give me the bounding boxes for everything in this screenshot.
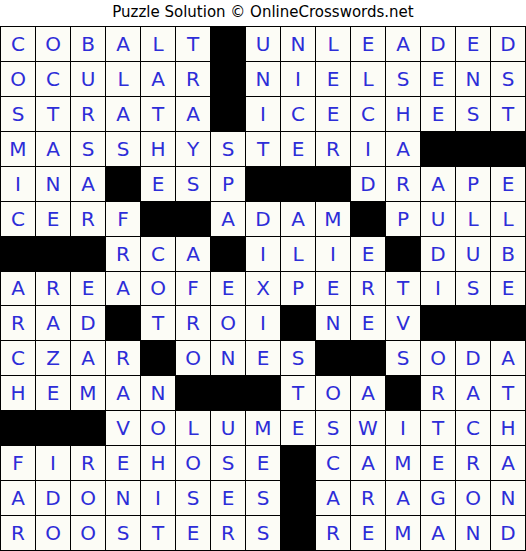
letter-cell: I xyxy=(281,62,315,96)
letter-cell: V xyxy=(106,411,140,445)
letter-cell: A xyxy=(386,27,420,61)
letter-cell: T xyxy=(421,411,455,445)
black-cell xyxy=(1,411,35,445)
black-cell xyxy=(36,237,70,271)
letter-cell: O xyxy=(211,306,245,340)
letter-cell: S xyxy=(211,132,245,166)
letter-cell: S xyxy=(281,341,315,375)
letter-cell: E xyxy=(491,167,525,201)
letter-cell: E xyxy=(36,202,70,236)
letter-cell: S xyxy=(456,272,490,306)
letter-cell: S xyxy=(246,516,280,550)
letter-cell: R xyxy=(316,516,350,550)
letter-cell: R xyxy=(351,272,385,306)
black-cell xyxy=(316,341,350,375)
letter-cell: A xyxy=(351,446,385,480)
black-cell xyxy=(71,237,105,271)
letter-cell: I xyxy=(246,97,280,131)
black-cell xyxy=(456,306,490,340)
letter-cell: U xyxy=(246,27,280,61)
letter-cell: O xyxy=(36,516,70,550)
letter-cell: A xyxy=(106,272,140,306)
black-cell xyxy=(316,167,350,201)
letter-cell: N xyxy=(456,516,490,550)
letter-cell: S xyxy=(106,516,140,550)
letter-cell: C xyxy=(36,62,70,96)
letter-cell: E xyxy=(281,132,315,166)
letter-cell: E xyxy=(351,306,385,340)
letter-cell: A xyxy=(491,341,525,375)
letter-cell: P xyxy=(386,202,420,236)
black-cell xyxy=(246,376,280,410)
letter-cell: R xyxy=(71,446,105,480)
letter-cell: O xyxy=(141,272,175,306)
letter-cell: E xyxy=(141,167,175,201)
letter-cell: A xyxy=(106,27,140,61)
letter-cell: P xyxy=(211,167,245,201)
letter-cell: N xyxy=(106,481,140,515)
letter-cell: A xyxy=(1,481,35,515)
black-cell xyxy=(246,167,280,201)
letter-cell: D xyxy=(421,237,455,271)
title-bar: Puzzle Solution © OnlineCrosswords.net xyxy=(0,0,526,26)
black-cell xyxy=(281,481,315,515)
letter-cell: S xyxy=(246,481,280,515)
letter-cell: H xyxy=(491,411,525,445)
letter-cell: F xyxy=(176,272,210,306)
letter-cell: R xyxy=(421,376,455,410)
black-cell xyxy=(281,516,315,550)
letter-cell: O xyxy=(71,481,105,515)
letter-cell: C xyxy=(141,237,175,271)
letter-cell: R xyxy=(316,132,350,166)
letter-cell: I xyxy=(246,306,280,340)
letter-cell: F xyxy=(106,202,140,236)
black-cell xyxy=(71,411,105,445)
letter-cell: U xyxy=(421,202,455,236)
letter-cell: R xyxy=(351,481,385,515)
letter-cell: N xyxy=(316,306,350,340)
letter-cell: N xyxy=(456,62,490,96)
black-cell xyxy=(106,306,140,340)
letter-cell: C xyxy=(281,97,315,131)
letter-cell: A xyxy=(176,97,210,131)
letter-cell: U xyxy=(211,411,245,445)
letter-cell: S xyxy=(386,62,420,96)
letter-cell: L xyxy=(281,237,315,271)
letter-cell: U xyxy=(456,237,490,271)
letter-cell: M xyxy=(71,376,105,410)
letter-cell: M xyxy=(1,132,35,166)
letter-cell: R xyxy=(106,341,140,375)
letter-cell: A xyxy=(386,132,420,166)
letter-cell: A xyxy=(211,202,245,236)
black-cell xyxy=(106,167,140,201)
letter-cell: S xyxy=(456,97,490,131)
letter-cell: A xyxy=(1,272,35,306)
letter-cell: V xyxy=(386,306,420,340)
letter-cell: N xyxy=(281,27,315,61)
letter-cell: H xyxy=(141,446,175,480)
letter-cell: E xyxy=(491,272,525,306)
letter-cell: N xyxy=(141,376,175,410)
black-cell xyxy=(211,237,245,271)
letter-cell: W xyxy=(351,411,385,445)
letter-cell: M xyxy=(386,516,420,550)
letter-cell: E xyxy=(71,272,105,306)
black-cell xyxy=(211,27,245,61)
letter-cell: O xyxy=(71,516,105,550)
black-cell xyxy=(351,202,385,236)
letter-cell: I xyxy=(36,446,70,480)
letter-cell: E xyxy=(211,481,245,515)
letter-cell: L xyxy=(456,202,490,236)
letter-cell: S xyxy=(176,481,210,515)
letter-cell: R xyxy=(456,446,490,480)
letter-cell: E xyxy=(351,237,385,271)
black-cell xyxy=(456,132,490,166)
letter-cell: E xyxy=(106,446,140,480)
letter-cell: S xyxy=(176,167,210,201)
letter-cell: O xyxy=(176,341,210,375)
letter-cell: R xyxy=(1,516,35,550)
letter-cell: I xyxy=(386,411,420,445)
black-cell xyxy=(176,202,210,236)
letter-cell: S xyxy=(106,132,140,166)
letter-cell: E xyxy=(36,376,70,410)
letter-cell: T xyxy=(141,97,175,131)
letter-cell: O xyxy=(456,481,490,515)
letter-cell: D xyxy=(421,27,455,61)
letter-cell: A xyxy=(106,97,140,131)
letter-cell: I xyxy=(1,167,35,201)
crossword-grid: COBALTUNLEADEDOCULARNIELSENSSTRATAICECHE… xyxy=(0,26,526,551)
letter-cell: N xyxy=(36,167,70,201)
letter-cell: R xyxy=(1,306,35,340)
letter-cell: I xyxy=(246,237,280,271)
letter-cell: T xyxy=(141,306,175,340)
letter-cell: R xyxy=(71,97,105,131)
letter-cell: R xyxy=(71,202,105,236)
letter-cell: L xyxy=(106,62,140,96)
letter-cell: S xyxy=(1,97,35,131)
letter-cell: X xyxy=(246,272,280,306)
letter-cell: L xyxy=(491,202,525,236)
letter-cell: E xyxy=(456,27,490,61)
black-cell xyxy=(386,237,420,271)
letter-cell: S xyxy=(211,446,245,480)
black-cell xyxy=(421,306,455,340)
letter-cell: U xyxy=(71,62,105,96)
letter-cell: E xyxy=(316,272,350,306)
letter-cell: A xyxy=(421,167,455,201)
letter-cell: F xyxy=(1,446,35,480)
letter-cell: A xyxy=(106,376,140,410)
letter-cell: H xyxy=(141,132,175,166)
puzzle-solution-page: Puzzle Solution © OnlineCrosswords.net C… xyxy=(0,0,526,551)
letter-cell: R xyxy=(176,62,210,96)
letter-cell: M xyxy=(246,411,280,445)
black-cell xyxy=(491,306,525,340)
letter-cell: C xyxy=(1,341,35,375)
letter-cell: R xyxy=(386,167,420,201)
black-cell xyxy=(281,446,315,480)
letter-cell: E xyxy=(246,341,280,375)
letter-cell: L xyxy=(316,27,350,61)
letter-cell: I xyxy=(316,237,350,271)
letter-cell: C xyxy=(1,27,35,61)
letter-cell: L xyxy=(351,62,385,96)
letter-cell: H xyxy=(386,97,420,131)
letter-cell: S xyxy=(316,411,350,445)
letter-cell: Z xyxy=(36,341,70,375)
letter-cell: G xyxy=(421,481,455,515)
black-cell xyxy=(141,202,175,236)
letter-cell: O xyxy=(36,27,70,61)
letter-cell: A xyxy=(421,516,455,550)
letter-cell: P xyxy=(456,167,490,201)
letter-cell: A xyxy=(386,481,420,515)
letter-cell: S xyxy=(491,62,525,96)
letter-cell: E xyxy=(351,516,385,550)
letter-cell: E xyxy=(316,62,350,96)
black-cell xyxy=(211,376,245,410)
letter-cell: I xyxy=(421,272,455,306)
letter-cell: E xyxy=(246,446,280,480)
letter-cell: E xyxy=(211,272,245,306)
letter-cell: D xyxy=(36,481,70,515)
letter-cell: T xyxy=(246,132,280,166)
black-cell xyxy=(421,132,455,166)
letter-cell: A xyxy=(71,167,105,201)
letter-cell: A xyxy=(456,376,490,410)
letter-cell: A xyxy=(36,306,70,340)
letter-cell: S xyxy=(71,132,105,166)
black-cell xyxy=(36,411,70,445)
letter-cell: T xyxy=(176,27,210,61)
letter-cell: D xyxy=(246,202,280,236)
letter-cell: D xyxy=(71,306,105,340)
letter-cell: R xyxy=(106,237,140,271)
letter-cell: P xyxy=(281,272,315,306)
letter-cell: O xyxy=(141,411,175,445)
letter-cell: C xyxy=(316,446,350,480)
letter-cell: A xyxy=(281,202,315,236)
letter-cell: O xyxy=(421,341,455,375)
letter-cell: C xyxy=(351,97,385,131)
letter-cell: D xyxy=(491,27,525,61)
letter-cell: C xyxy=(1,202,35,236)
letter-cell: L xyxy=(176,411,210,445)
letter-cell: A xyxy=(351,376,385,410)
letter-cell: I xyxy=(351,132,385,166)
letter-cell: A xyxy=(71,341,105,375)
letter-cell: D xyxy=(491,516,525,550)
letter-cell: A xyxy=(176,237,210,271)
black-cell xyxy=(1,237,35,271)
letter-cell: E xyxy=(421,446,455,480)
black-cell xyxy=(491,132,525,166)
letter-cell: A xyxy=(316,481,350,515)
letter-cell: M xyxy=(386,446,420,480)
letter-cell: A xyxy=(141,62,175,96)
letter-cell: T xyxy=(141,516,175,550)
letter-cell: Y xyxy=(176,132,210,166)
letter-cell: M xyxy=(316,202,350,236)
letter-cell: O xyxy=(316,376,350,410)
black-cell xyxy=(386,376,420,410)
letter-cell: E xyxy=(281,411,315,445)
black-cell xyxy=(281,167,315,201)
letter-cell: T xyxy=(491,376,525,410)
letter-cell: D xyxy=(456,341,490,375)
letter-cell: D xyxy=(351,167,385,201)
letter-cell: B xyxy=(71,27,105,61)
letter-cell: S xyxy=(386,341,420,375)
letter-cell: N xyxy=(491,481,525,515)
letter-cell: B xyxy=(491,237,525,271)
letter-cell: E xyxy=(316,97,350,131)
black-cell xyxy=(281,306,315,340)
letter-cell: R xyxy=(211,516,245,550)
letter-cell: I xyxy=(141,481,175,515)
letter-cell: H xyxy=(1,376,35,410)
letter-cell: O xyxy=(1,62,35,96)
letter-cell: C xyxy=(456,411,490,445)
letter-cell: R xyxy=(36,272,70,306)
black-cell xyxy=(351,341,385,375)
letter-cell: N xyxy=(246,62,280,96)
page-title: Puzzle Solution © OnlineCrosswords.net xyxy=(112,5,413,22)
letter-cell: R xyxy=(176,306,210,340)
letter-cell: A xyxy=(491,446,525,480)
letter-cell: E xyxy=(421,62,455,96)
black-cell xyxy=(211,62,245,96)
black-cell xyxy=(176,376,210,410)
letter-cell: T xyxy=(36,97,70,131)
letter-cell: T xyxy=(491,97,525,131)
letter-cell: N xyxy=(211,341,245,375)
letter-cell: T xyxy=(281,376,315,410)
letter-cell: E xyxy=(176,516,210,550)
letter-cell: T xyxy=(386,272,420,306)
letter-cell: A xyxy=(36,132,70,166)
letter-cell: O xyxy=(176,446,210,480)
letter-cell: L xyxy=(141,27,175,61)
letter-cell: E xyxy=(421,97,455,131)
letter-cell: E xyxy=(351,27,385,61)
black-cell xyxy=(141,341,175,375)
black-cell xyxy=(211,97,245,131)
